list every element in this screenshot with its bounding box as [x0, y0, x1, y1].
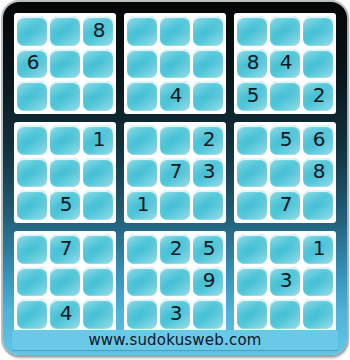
- cell-r9c6[interactable]: [193, 299, 223, 329]
- cell-r7c9[interactable]: 1: [303, 234, 333, 264]
- given-digit: 4: [280, 52, 293, 72]
- cell-r2c8[interactable]: 4: [270, 49, 300, 79]
- given-digit: 4: [170, 85, 183, 105]
- box-7: 74: [14, 231, 116, 332]
- cell-r8c2[interactable]: [50, 267, 80, 297]
- box-8: 2593: [124, 231, 226, 332]
- cell-r8c3[interactable]: [83, 267, 113, 297]
- box-2: 4: [124, 13, 226, 114]
- cell-r2c3[interactable]: [83, 49, 113, 79]
- given-digit: 6: [313, 129, 326, 149]
- cell-r1c1[interactable]: [17, 16, 47, 46]
- cell-r4c2[interactable]: [50, 125, 80, 155]
- cell-r8c1[interactable]: [17, 267, 47, 297]
- cell-r5c3[interactable]: [83, 158, 113, 188]
- cell-r9c9[interactable]: [303, 299, 333, 329]
- cell-r6c8[interactable]: 7: [270, 190, 300, 220]
- cell-r6c3[interactable]: [83, 190, 113, 220]
- cell-r8c6[interactable]: 9: [193, 267, 223, 297]
- given-digit: 8: [313, 161, 326, 181]
- cell-r3c9[interactable]: 2: [303, 81, 333, 111]
- cell-r5c7[interactable]: [237, 158, 267, 188]
- box-1: 86: [14, 13, 116, 114]
- cell-r4c1[interactable]: [17, 125, 47, 155]
- cell-r5c4[interactable]: [127, 158, 157, 188]
- cell-r7c4[interactable]: [127, 234, 157, 264]
- footer-band: www.sudokusweb.com: [12, 330, 338, 350]
- cell-r7c7[interactable]: [237, 234, 267, 264]
- cell-r9c8[interactable]: [270, 299, 300, 329]
- sudoku-board: 8648452152731568774259313 www.sudokusweb…: [3, 2, 347, 355]
- box-4: 15: [14, 122, 116, 223]
- cell-r4c7[interactable]: [237, 125, 267, 155]
- cell-r3c8[interactable]: [270, 81, 300, 111]
- cell-r7c5[interactable]: 2: [160, 234, 190, 264]
- cell-r1c3[interactable]: 8: [83, 16, 113, 46]
- cell-r8c5[interactable]: [160, 267, 190, 297]
- cell-r9c7[interactable]: [237, 299, 267, 329]
- cell-r7c3[interactable]: [83, 234, 113, 264]
- given-digit: 3: [203, 161, 216, 181]
- cell-r2c2[interactable]: [50, 49, 80, 79]
- cell-r2c7[interactable]: 8: [237, 49, 267, 79]
- cell-r2c6[interactable]: [193, 49, 223, 79]
- given-digit: 5: [247, 85, 260, 105]
- cell-r6c5[interactable]: [160, 190, 190, 220]
- cell-r8c9[interactable]: [303, 267, 333, 297]
- cell-r1c4[interactable]: [127, 16, 157, 46]
- cell-r1c7[interactable]: [237, 16, 267, 46]
- cell-r3c5[interactable]: 4: [160, 81, 190, 111]
- cell-r4c5[interactable]: [160, 125, 190, 155]
- cell-r9c3[interactable]: [83, 299, 113, 329]
- given-digit: 4: [60, 303, 73, 323]
- given-digit: 5: [60, 194, 73, 214]
- cell-r1c9[interactable]: [303, 16, 333, 46]
- cell-r8c7[interactable]: [237, 267, 267, 297]
- cell-r1c2[interactable]: [50, 16, 80, 46]
- given-digit: 8: [247, 52, 260, 72]
- cell-r2c5[interactable]: [160, 49, 190, 79]
- cell-r6c1[interactable]: [17, 190, 47, 220]
- cell-r7c8[interactable]: [270, 234, 300, 264]
- given-digit: 2: [170, 238, 183, 258]
- cell-r1c8[interactable]: [270, 16, 300, 46]
- cell-r3c3[interactable]: [83, 81, 113, 111]
- cell-r8c8[interactable]: 3: [270, 267, 300, 297]
- cell-r2c1[interactable]: 6: [17, 49, 47, 79]
- cell-r3c1[interactable]: [17, 81, 47, 111]
- given-digit: 6: [27, 52, 40, 72]
- cell-r3c7[interactable]: 5: [237, 81, 267, 111]
- given-digit: 5: [203, 238, 216, 258]
- cell-r4c8[interactable]: 5: [270, 125, 300, 155]
- cell-r9c4[interactable]: [127, 299, 157, 329]
- given-digit: 1: [93, 129, 106, 149]
- cell-r5c5[interactable]: 7: [160, 158, 190, 188]
- cell-r3c2[interactable]: [50, 81, 80, 111]
- given-digit: 3: [280, 270, 293, 290]
- cell-r9c1[interactable]: [17, 299, 47, 329]
- cell-r4c4[interactable]: [127, 125, 157, 155]
- cell-r4c9[interactable]: 6: [303, 125, 333, 155]
- cell-r2c4[interactable]: [127, 49, 157, 79]
- cell-r6c6[interactable]: [193, 190, 223, 220]
- given-digit: 7: [60, 238, 73, 258]
- given-digit: 7: [280, 194, 293, 214]
- box-5: 2731: [124, 122, 226, 223]
- website-url: www.sudokusweb.com: [88, 331, 261, 349]
- cell-r4c3[interactable]: 1: [83, 125, 113, 155]
- cell-r4c6[interactable]: 2: [193, 125, 223, 155]
- given-digit: 3: [170, 303, 183, 323]
- given-digit: 1: [313, 238, 326, 258]
- cell-r5c6[interactable]: 3: [193, 158, 223, 188]
- cell-r8c4[interactable]: [127, 267, 157, 297]
- cell-r7c6[interactable]: 5: [193, 234, 223, 264]
- given-digit: 5: [280, 129, 293, 149]
- given-digit: 2: [313, 85, 326, 105]
- cell-r7c2[interactable]: 7: [50, 234, 80, 264]
- cell-r5c2[interactable]: [50, 158, 80, 188]
- cell-r9c5[interactable]: 3: [160, 299, 190, 329]
- cell-r6c2[interactable]: 5: [50, 190, 80, 220]
- cell-r7c1[interactable]: [17, 234, 47, 264]
- sudoku-grid: 8648452152731568774259313: [14, 13, 336, 332]
- cell-r3c6[interactable]: [193, 81, 223, 111]
- given-digit: 2: [203, 129, 216, 149]
- box-9: 13: [234, 231, 336, 332]
- cell-r1c5[interactable]: [160, 16, 190, 46]
- cell-r5c8[interactable]: [270, 158, 300, 188]
- box-3: 8452: [234, 13, 336, 114]
- given-digit: 7: [170, 161, 183, 181]
- cell-r5c9[interactable]: 8: [303, 158, 333, 188]
- cell-r5c1[interactable]: [17, 158, 47, 188]
- cell-r6c9[interactable]: [303, 190, 333, 220]
- given-digit: 1: [137, 194, 150, 214]
- cell-r6c7[interactable]: [237, 190, 267, 220]
- cell-r3c4[interactable]: [127, 81, 157, 111]
- given-digit: 9: [203, 270, 216, 290]
- box-6: 5687: [234, 122, 336, 223]
- cell-r2c9[interactable]: [303, 49, 333, 79]
- cell-r6c4[interactable]: 1: [127, 190, 157, 220]
- cell-r9c2[interactable]: 4: [50, 299, 80, 329]
- cell-r1c6[interactable]: [193, 16, 223, 46]
- given-digit: 8: [93, 20, 106, 40]
